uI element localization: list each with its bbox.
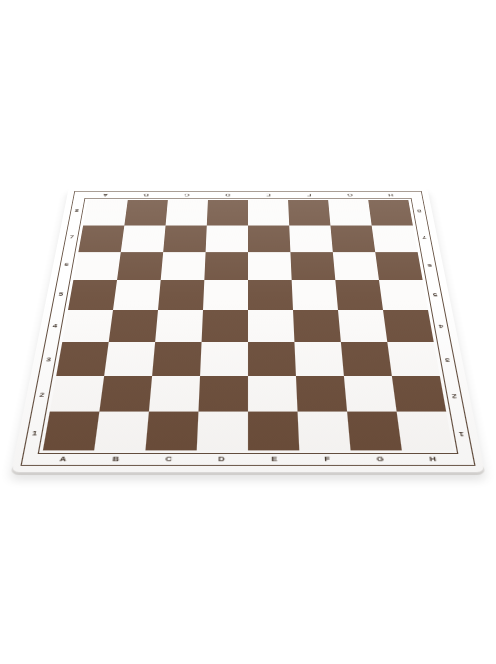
- file-label-B: B: [89, 454, 143, 465]
- playing-field-border: [38, 198, 459, 454]
- square-d2[interactable]: [198, 376, 248, 412]
- square-f7[interactable]: [289, 225, 333, 252]
- square-c1[interactable]: [145, 412, 198, 451]
- file-label-F: F: [289, 192, 330, 198]
- square-d7[interactable]: [206, 225, 248, 252]
- square-h4[interactable]: [383, 310, 434, 342]
- square-f1[interactable]: [298, 412, 351, 451]
- square-f2[interactable]: [296, 376, 347, 412]
- square-a4[interactable]: [62, 310, 113, 342]
- square-f8[interactable]: [288, 200, 330, 225]
- square-e1[interactable]: [248, 412, 299, 451]
- square-h1[interactable]: [397, 412, 453, 451]
- file-label-E: E: [248, 454, 301, 465]
- square-b8[interactable]: [124, 200, 167, 225]
- square-a2[interactable]: [50, 376, 104, 412]
- square-e6[interactable]: [248, 252, 292, 280]
- square-f3[interactable]: [294, 342, 343, 376]
- square-d3[interactable]: [200, 342, 248, 376]
- board-frame: ABCDEFGH 87654321 87654321 ABCDEFGH: [20, 191, 475, 466]
- file-label-D: D: [195, 454, 248, 465]
- square-b2[interactable]: [99, 376, 152, 412]
- file-label-E: E: [248, 192, 289, 198]
- square-g8[interactable]: [328, 200, 371, 225]
- square-a5[interactable]: [68, 280, 117, 310]
- square-g3[interactable]: [341, 342, 392, 376]
- file-label-C: C: [142, 454, 196, 465]
- square-b6[interactable]: [117, 252, 163, 280]
- square-a7[interactable]: [78, 225, 124, 252]
- file-label-A: A: [84, 192, 126, 198]
- square-g4[interactable]: [338, 310, 387, 342]
- square-h7[interactable]: [372, 225, 418, 252]
- square-a6[interactable]: [73, 252, 120, 280]
- square-c8[interactable]: [166, 200, 208, 225]
- file-label-G: G: [329, 192, 370, 198]
- square-a3[interactable]: [56, 342, 108, 376]
- square-a1[interactable]: [43, 412, 99, 451]
- square-b5[interactable]: [113, 280, 161, 310]
- square-b7[interactable]: [121, 225, 166, 252]
- square-c7[interactable]: [163, 225, 207, 252]
- squares-grid: [43, 200, 453, 450]
- file-label-G: G: [353, 454, 407, 465]
- board-edge: ABCDEFGH 87654321 87654321 ABCDEFGH: [11, 187, 485, 472]
- square-c4[interactable]: [155, 310, 203, 342]
- file-label-H: H: [406, 454, 461, 465]
- square-g2[interactable]: [344, 376, 397, 412]
- square-h2[interactable]: [392, 376, 446, 412]
- file-label-A: A: [36, 454, 91, 465]
- square-e7[interactable]: [248, 225, 290, 252]
- file-label-C: C: [166, 192, 207, 198]
- file-label-H: H: [370, 192, 412, 198]
- file-labels-bottom: ABCDEFGH: [36, 454, 461, 465]
- square-a8[interactable]: [83, 200, 128, 225]
- square-d4[interactable]: [202, 310, 248, 342]
- square-h5[interactable]: [379, 280, 428, 310]
- square-b3[interactable]: [104, 342, 155, 376]
- square-g5[interactable]: [335, 280, 383, 310]
- square-e4[interactable]: [248, 310, 294, 342]
- square-b4[interactable]: [109, 310, 158, 342]
- square-d6[interactable]: [204, 252, 248, 280]
- square-h3[interactable]: [387, 342, 439, 376]
- square-e8[interactable]: [248, 200, 289, 225]
- square-f4[interactable]: [293, 310, 341, 342]
- square-d8[interactable]: [207, 200, 248, 225]
- square-e2[interactable]: [248, 376, 298, 412]
- square-g6[interactable]: [333, 252, 379, 280]
- square-c5[interactable]: [158, 280, 204, 310]
- square-c6[interactable]: [161, 252, 206, 280]
- square-g7[interactable]: [330, 225, 375, 252]
- file-label-D: D: [207, 192, 248, 198]
- square-f5[interactable]: [292, 280, 338, 310]
- square-h8[interactable]: [368, 200, 413, 225]
- chessboard: ABCDEFGH 87654321 87654321 ABCDEFGH: [44, 107, 452, 513]
- square-d1[interactable]: [197, 412, 248, 451]
- square-c2[interactable]: [149, 376, 200, 412]
- square-b1[interactable]: [94, 412, 149, 451]
- square-g1[interactable]: [347, 412, 402, 451]
- square-c3[interactable]: [152, 342, 201, 376]
- square-f6[interactable]: [290, 252, 335, 280]
- file-label-F: F: [301, 454, 355, 465]
- square-d5[interactable]: [203, 280, 248, 310]
- file-labels-top: ABCDEFGH: [84, 192, 411, 198]
- square-e3[interactable]: [248, 342, 296, 376]
- file-label-B: B: [125, 192, 166, 198]
- square-h6[interactable]: [375, 252, 422, 280]
- square-e5[interactable]: [248, 280, 293, 310]
